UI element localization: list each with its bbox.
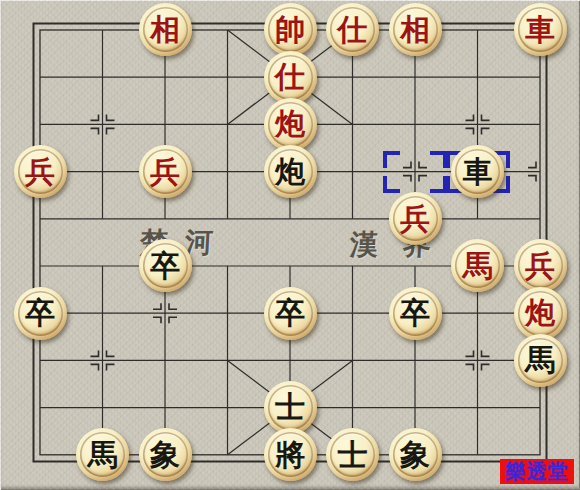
piece-glyph: 將 (275, 440, 305, 470)
piece-glyph: 馬 (463, 251, 493, 281)
piece-black-cannon[interactable]: 炮 (264, 145, 317, 198)
piece-glyph: 兵 (525, 251, 555, 281)
piece-red-advisor[interactable]: 仕 (264, 51, 317, 104)
piece-black-advisor[interactable]: 士 (326, 428, 379, 481)
piece-glyph: 卒 (275, 298, 305, 328)
piece-glyph: 帥 (275, 15, 305, 45)
piece-black-horse[interactable]: 馬 (76, 428, 129, 481)
piece-black-pawn[interactable]: 卒 (14, 287, 67, 340)
piece-glyph: 炮 (275, 109, 305, 139)
piece-glyph: 車 (525, 15, 555, 45)
piece-glyph: 士 (275, 392, 305, 422)
piece-glyph: 馬 (88, 440, 118, 470)
piece-black-chariot[interactable]: 車 (451, 145, 504, 198)
piece-black-general[interactable]: 將 (264, 428, 317, 481)
piece-red-general[interactable]: 帥 (264, 3, 317, 56)
piece-glyph: 炮 (525, 298, 555, 328)
piece-black-pawn[interactable]: 卒 (389, 287, 442, 340)
piece-red-pawn[interactable]: 兵 (139, 145, 192, 198)
piece-glyph: 馬 (525, 345, 555, 375)
piece-red-advisor[interactable]: 仕 (326, 3, 379, 56)
piece-red-horse[interactable]: 馬 (451, 239, 504, 292)
piece-red-cannon[interactable]: 炮 (264, 98, 317, 151)
piece-glyph: 兵 (25, 157, 55, 187)
piece-red-cannon[interactable]: 炮 (514, 287, 567, 340)
piece-glyph: 炮 (275, 157, 305, 187)
piece-glyph: 車 (463, 157, 493, 187)
piece-red-pawn[interactable]: 兵 (389, 192, 442, 245)
piece-red-pawn[interactable]: 兵 (514, 239, 567, 292)
piece-black-pawn[interactable]: 卒 (264, 287, 317, 340)
piece-black-advisor[interactable]: 士 (264, 381, 317, 434)
watermark-badge: 樂透堂 (500, 459, 574, 484)
piece-glyph: 卒 (25, 298, 55, 328)
piece-red-pawn[interactable]: 兵 (14, 145, 67, 198)
piece-glyph: 相 (400, 15, 430, 45)
piece-red-elephant[interactable]: 相 (389, 3, 442, 56)
piece-black-elephant[interactable]: 象 (389, 428, 442, 481)
piece-glyph: 卒 (400, 298, 430, 328)
piece-glyph: 相 (150, 15, 180, 45)
piece-glyph: 卒 (150, 251, 180, 281)
piece-black-elephant[interactable]: 象 (139, 428, 192, 481)
piece-glyph: 兵 (150, 157, 180, 187)
board-grid[interactable]: 相帥仕相車仕炮兵兵炮車兵卒馬兵卒卒卒炮馬士馬象將士象 (9, 6, 572, 478)
piece-glyph: 士 (338, 440, 368, 470)
piece-glyph: 仕 (275, 62, 305, 92)
piece-glyph: 象 (150, 440, 180, 470)
piece-glyph: 象 (400, 440, 430, 470)
xiangqi-board-window: 楚河 漢界 相帥仕相車仕炮兵兵炮車兵卒馬兵卒卒卒炮馬士馬象將士象 樂透堂 (0, 0, 580, 490)
piece-red-elephant[interactable]: 相 (139, 3, 192, 56)
piece-glyph: 仕 (338, 15, 368, 45)
piece-glyph: 兵 (400, 204, 430, 234)
piece-black-horse[interactable]: 馬 (514, 334, 567, 387)
piece-black-pawn[interactable]: 卒 (139, 239, 192, 292)
piece-red-chariot[interactable]: 車 (514, 3, 567, 56)
